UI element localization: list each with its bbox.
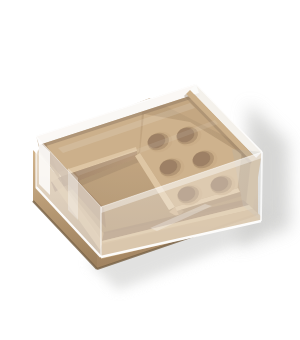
box-photo-canvas	[0, 0, 300, 340]
lid-corner-edge-east	[261, 152, 262, 221]
product-photo	[0, 0, 300, 340]
